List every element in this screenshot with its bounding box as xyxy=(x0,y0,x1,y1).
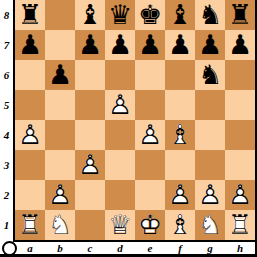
black-queen[interactable]: ♛ xyxy=(105,0,135,30)
square-g6[interactable]: ♞ xyxy=(195,60,225,90)
square-h8[interactable]: ♜ xyxy=(225,0,255,30)
white-pawn[interactable]: ♟♙ xyxy=(135,120,165,150)
black-pawn[interactable]: ♟ xyxy=(165,30,195,60)
white-bishop[interactable]: ♝♗ xyxy=(165,120,195,150)
square-g7[interactable]: ♟ xyxy=(195,30,225,60)
black-pawn[interactable]: ♟ xyxy=(15,30,45,60)
square-b2[interactable]: ♟♙ xyxy=(45,180,75,210)
square-h2[interactable]: ♟♙ xyxy=(225,180,255,210)
square-e7[interactable]: ♟ xyxy=(135,30,165,60)
black-piece-glyph: ♟ xyxy=(75,30,105,60)
white-piece-outline-glyph: ♔ xyxy=(135,210,165,240)
square-b8[interactable] xyxy=(45,0,75,30)
white-to-move-indicator xyxy=(2,241,17,256)
black-piece-glyph: ♚ xyxy=(135,0,165,30)
white-pawn[interactable]: ♟♙ xyxy=(15,120,45,150)
white-piece-outline-glyph: ♙ xyxy=(165,180,195,210)
square-c8[interactable]: ♝ xyxy=(75,0,105,30)
square-e4[interactable]: ♟♙ xyxy=(135,120,165,150)
square-h7[interactable]: ♟ xyxy=(225,30,255,60)
white-pawn[interactable]: ♟♙ xyxy=(165,180,195,210)
black-piece-glyph: ♟ xyxy=(105,30,135,60)
rank-label-5: 5 xyxy=(0,90,13,120)
square-h5[interactable] xyxy=(225,90,255,120)
rank-label-4: 4 xyxy=(0,120,13,150)
square-g8[interactable]: ♞ xyxy=(195,0,225,30)
rank-label-2: 2 xyxy=(0,180,13,210)
square-d6[interactable] xyxy=(105,60,135,90)
white-piece-outline-glyph: ♙ xyxy=(135,120,165,150)
file-label-a: a xyxy=(15,241,45,254)
white-pawn[interactable]: ♟♙ xyxy=(195,180,225,210)
white-piece-outline-glyph: ♘ xyxy=(195,210,225,240)
white-rook[interactable]: ♜♖ xyxy=(225,210,255,240)
square-h4[interactable] xyxy=(225,120,255,150)
white-piece-outline-glyph: ♗ xyxy=(165,120,195,150)
black-piece-glyph: ♛ xyxy=(105,0,135,30)
square-g4[interactable] xyxy=(195,120,225,150)
rank-label-7: 7 xyxy=(0,30,13,60)
white-knight[interactable]: ♞♘ xyxy=(45,210,75,240)
square-d7[interactable]: ♟ xyxy=(105,30,135,60)
black-pawn[interactable]: ♟ xyxy=(45,60,75,90)
white-knight[interactable]: ♞♘ xyxy=(195,210,225,240)
square-e3[interactable] xyxy=(135,150,165,180)
square-d4[interactable] xyxy=(105,120,135,150)
square-c4[interactable] xyxy=(75,120,105,150)
square-g3[interactable] xyxy=(195,150,225,180)
square-c6[interactable] xyxy=(75,60,105,90)
square-a6[interactable] xyxy=(15,60,45,90)
square-f6[interactable] xyxy=(165,60,195,90)
square-d1[interactable]: ♛♕ xyxy=(105,210,135,240)
file-label-b: b xyxy=(45,241,75,254)
square-e8[interactable]: ♚ xyxy=(135,0,165,30)
black-piece-glyph: ♝ xyxy=(75,0,105,30)
square-d2[interactable] xyxy=(105,180,135,210)
square-a5[interactable] xyxy=(15,90,45,120)
black-pawn[interactable]: ♟ xyxy=(225,30,255,60)
square-a4[interactable]: ♟♙ xyxy=(15,120,45,150)
white-pawn[interactable]: ♟♙ xyxy=(105,90,135,120)
black-piece-glyph: ♟ xyxy=(195,30,225,60)
square-f8[interactable]: ♝ xyxy=(165,0,195,30)
square-f7[interactable]: ♟ xyxy=(165,30,195,60)
square-b1[interactable]: ♞♘ xyxy=(45,210,75,240)
square-a2[interactable] xyxy=(15,180,45,210)
white-piece-outline-glyph: ♙ xyxy=(225,180,255,210)
black-knight[interactable]: ♞ xyxy=(195,60,225,90)
rank-label-6: 6 xyxy=(0,60,13,90)
square-c3[interactable]: ♟♙ xyxy=(75,150,105,180)
square-f4[interactable]: ♝♗ xyxy=(165,120,195,150)
black-knight[interactable]: ♞ xyxy=(195,0,225,30)
square-b7[interactable] xyxy=(45,30,75,60)
square-f2[interactable]: ♟♙ xyxy=(165,180,195,210)
square-h1[interactable]: ♜♖ xyxy=(225,210,255,240)
file-label-h: h xyxy=(225,241,255,254)
black-bishop[interactable]: ♝ xyxy=(165,0,195,30)
white-bishop[interactable]: ♝♗ xyxy=(165,210,195,240)
square-f3[interactable] xyxy=(165,150,195,180)
square-d8[interactable]: ♛ xyxy=(105,0,135,30)
white-pawn[interactable]: ♟♙ xyxy=(45,180,75,210)
square-e5[interactable] xyxy=(135,90,165,120)
white-piece-outline-glyph: ♖ xyxy=(15,210,45,240)
square-a7[interactable]: ♟ xyxy=(15,30,45,60)
black-piece-glyph: ♟ xyxy=(15,30,45,60)
square-d5[interactable]: ♟♙ xyxy=(105,90,135,120)
square-c5[interactable] xyxy=(75,90,105,120)
square-b3[interactable] xyxy=(45,150,75,180)
black-piece-glyph: ♜ xyxy=(15,0,45,30)
square-b6[interactable]: ♟ xyxy=(45,60,75,90)
rank-labels: 87654321 xyxy=(0,0,13,240)
square-d3[interactable] xyxy=(105,150,135,180)
white-piece-outline-glyph: ♕ xyxy=(105,210,135,240)
black-piece-glyph: ♟ xyxy=(45,60,75,90)
square-a1[interactable]: ♜♖ xyxy=(15,210,45,240)
black-piece-glyph: ♟ xyxy=(165,30,195,60)
black-pawn[interactable]: ♟ xyxy=(105,30,135,60)
black-rook[interactable]: ♜ xyxy=(225,0,255,30)
square-e1[interactable]: ♚♔ xyxy=(135,210,165,240)
white-piece-outline-glyph: ♙ xyxy=(15,120,45,150)
file-label-f: f xyxy=(165,241,195,254)
square-a8[interactable]: ♜ xyxy=(15,0,45,30)
file-label-d: d xyxy=(105,241,135,254)
square-a3[interactable] xyxy=(15,150,45,180)
rank-label-1: 1 xyxy=(0,210,13,240)
white-piece-outline-glyph: ♙ xyxy=(195,180,225,210)
white-piece-outline-glyph: ♙ xyxy=(75,150,105,180)
white-king[interactable]: ♚♔ xyxy=(135,210,165,240)
black-piece-glyph: ♞ xyxy=(195,0,225,30)
black-king[interactable]: ♚ xyxy=(135,0,165,30)
white-pawn[interactable]: ♟♙ xyxy=(75,150,105,180)
white-piece-outline-glyph: ♗ xyxy=(165,210,195,240)
square-c2[interactable] xyxy=(75,180,105,210)
file-label-e: e xyxy=(135,241,165,254)
square-g5[interactable] xyxy=(195,90,225,120)
square-f5[interactable] xyxy=(165,90,195,120)
file-label-c: c xyxy=(75,241,105,254)
white-rook[interactable]: ♜♖ xyxy=(15,210,45,240)
square-e6[interactable] xyxy=(135,60,165,90)
black-piece-glyph: ♟ xyxy=(225,30,255,60)
square-e2[interactable] xyxy=(135,180,165,210)
square-g1[interactable]: ♞♘ xyxy=(195,210,225,240)
file-label-g: g xyxy=(195,241,225,254)
chess-board: ♜♝♛♚♝♞♜♟♟♟♟♟♟♟♟♞♟♙♟♙♟♙♝♗♟♙♟♙♟♙♟♙♟♙♜♖♞♘♛♕… xyxy=(13,0,257,242)
square-b5[interactable] xyxy=(45,90,75,120)
white-piece-outline-glyph: ♖ xyxy=(225,210,255,240)
rank-label-3: 3 xyxy=(0,150,13,180)
square-g2[interactable]: ♟♙ xyxy=(195,180,225,210)
black-pawn[interactable]: ♟ xyxy=(75,30,105,60)
black-piece-glyph: ♜ xyxy=(225,0,255,30)
square-c1[interactable] xyxy=(75,210,105,240)
square-h3[interactable] xyxy=(225,150,255,180)
square-b4[interactable] xyxy=(45,120,75,150)
rank-label-8: 8 xyxy=(0,0,13,30)
black-piece-glyph: ♟ xyxy=(135,30,165,60)
white-piece-outline-glyph: ♙ xyxy=(45,180,75,210)
chess-diagram: 87654321 ♜♝♛♚♝♞♜♟♟♟♟♟♟♟♟♞♟♙♟♙♟♙♝♗♟♙♟♙♟♙♟… xyxy=(0,0,257,257)
black-piece-glyph: ♞ xyxy=(195,60,225,90)
black-rook[interactable]: ♜ xyxy=(15,0,45,30)
white-pawn[interactable]: ♟♙ xyxy=(225,180,255,210)
white-queen[interactable]: ♛♕ xyxy=(105,210,135,240)
black-bishop[interactable]: ♝ xyxy=(75,0,105,30)
black-pawn[interactable]: ♟ xyxy=(195,30,225,60)
square-f1[interactable]: ♝♗ xyxy=(165,210,195,240)
square-h6[interactable] xyxy=(225,60,255,90)
black-piece-glyph: ♝ xyxy=(165,0,195,30)
white-piece-outline-glyph: ♙ xyxy=(105,90,135,120)
square-c7[interactable]: ♟ xyxy=(75,30,105,60)
file-labels: abcdefgh xyxy=(15,241,255,254)
black-pawn[interactable]: ♟ xyxy=(135,30,165,60)
white-piece-outline-glyph: ♘ xyxy=(45,210,75,240)
